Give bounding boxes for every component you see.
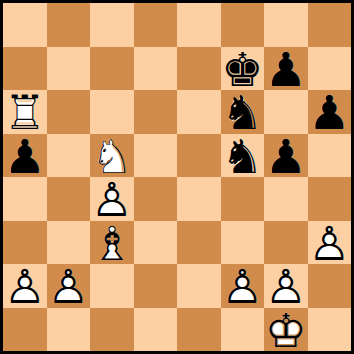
piece-white-rook: ♖: [3, 91, 47, 135]
square-d6[interactable]: [134, 90, 178, 134]
chess-board: ♔♚♙♟♜♖♘♞♙♟♙♟♞♘♘♞♙♟♟♙♝♗♟♙♟♙♟♙♟♙♟♙♚♔: [0, 0, 354, 354]
piece-white-pawn-fill: ♟: [308, 222, 352, 266]
piece-white-knight-fill: ♞: [90, 135, 134, 179]
square-d7[interactable]: [134, 47, 178, 91]
square-g6[interactable]: [264, 90, 308, 134]
square-h8[interactable]: [308, 3, 352, 47]
piece-white-bishop: ♗: [90, 222, 134, 266]
square-h2[interactable]: [308, 264, 352, 308]
square-b7[interactable]: [47, 47, 91, 91]
square-d3[interactable]: [134, 221, 178, 265]
square-f2[interactable]: ♟♙: [221, 264, 265, 308]
piece-black-pawn-fill: ♙: [264, 48, 308, 92]
piece-white-pawn: ♙: [3, 265, 47, 309]
piece-black-knight: ♞: [221, 135, 265, 179]
piece-black-pawn: ♟: [264, 135, 308, 179]
square-e2[interactable]: [177, 264, 221, 308]
square-g8[interactable]: [264, 3, 308, 47]
chess-board-grid: ♔♚♙♟♜♖♘♞♙♟♙♟♞♘♘♞♙♟♟♙♝♗♟♙♟♙♟♙♟♙♟♙♚♔: [3, 3, 351, 351]
square-h6[interactable]: ♙♟: [308, 90, 352, 134]
square-e3[interactable]: [177, 221, 221, 265]
square-b8[interactable]: [47, 3, 91, 47]
square-b4[interactable]: [47, 177, 91, 221]
piece-black-king: ♚: [221, 48, 265, 92]
piece-white-bishop-fill: ♝: [90, 222, 134, 266]
piece-black-pawn: ♟: [308, 91, 352, 135]
square-f1[interactable]: [221, 308, 265, 352]
square-a5[interactable]: ♙♟: [3, 134, 47, 178]
piece-white-pawn: ♙: [90, 178, 134, 222]
square-f3[interactable]: [221, 221, 265, 265]
square-c5[interactable]: ♞♘: [90, 134, 134, 178]
square-c6[interactable]: [90, 90, 134, 134]
square-h1[interactable]: [308, 308, 352, 352]
square-e6[interactable]: [177, 90, 221, 134]
square-a8[interactable]: [3, 3, 47, 47]
square-e8[interactable]: [177, 3, 221, 47]
piece-white-pawn-fill: ♟: [90, 178, 134, 222]
piece-black-pawn: ♟: [264, 48, 308, 92]
square-g1[interactable]: ♚♔: [264, 308, 308, 352]
piece-white-knight: ♘: [90, 135, 134, 179]
square-c8[interactable]: [90, 3, 134, 47]
piece-black-king-fill: ♔: [221, 48, 265, 92]
square-g2[interactable]: ♟♙: [264, 264, 308, 308]
square-b6[interactable]: [47, 90, 91, 134]
square-e5[interactable]: [177, 134, 221, 178]
square-h5[interactable]: [308, 134, 352, 178]
square-d5[interactable]: [134, 134, 178, 178]
square-d8[interactable]: [134, 3, 178, 47]
square-d2[interactable]: [134, 264, 178, 308]
piece-white-king: ♔: [264, 309, 308, 353]
square-g5[interactable]: ♙♟: [264, 134, 308, 178]
square-g3[interactable]: [264, 221, 308, 265]
piece-white-pawn-fill: ♟: [221, 265, 265, 309]
square-c2[interactable]: [90, 264, 134, 308]
square-f6[interactable]: ♘♞: [221, 90, 265, 134]
square-c7[interactable]: [90, 47, 134, 91]
square-h4[interactable]: [308, 177, 352, 221]
square-g4[interactable]: [264, 177, 308, 221]
square-b5[interactable]: [47, 134, 91, 178]
piece-white-pawn: ♙: [221, 265, 265, 309]
square-c3[interactable]: ♝♗: [90, 221, 134, 265]
square-a6[interactable]: ♜♖: [3, 90, 47, 134]
piece-black-knight: ♞: [221, 91, 265, 135]
piece-black-pawn: ♟: [3, 135, 47, 179]
piece-black-knight-fill: ♘: [221, 91, 265, 135]
square-c1[interactable]: [90, 308, 134, 352]
square-h7[interactable]: [308, 47, 352, 91]
square-a1[interactable]: [3, 308, 47, 352]
piece-black-pawn-fill: ♙: [308, 91, 352, 135]
square-a2[interactable]: ♟♙: [3, 264, 47, 308]
square-c4[interactable]: ♟♙: [90, 177, 134, 221]
square-e4[interactable]: [177, 177, 221, 221]
piece-white-pawn: ♙: [308, 222, 352, 266]
square-a4[interactable]: [3, 177, 47, 221]
piece-white-pawn-fill: ♟: [47, 265, 91, 309]
square-h3[interactable]: ♟♙: [308, 221, 352, 265]
piece-black-knight-fill: ♘: [221, 135, 265, 179]
square-d1[interactable]: [134, 308, 178, 352]
piece-white-pawn: ♙: [264, 265, 308, 309]
piece-black-pawn-fill: ♙: [264, 135, 308, 179]
square-f4[interactable]: [221, 177, 265, 221]
square-f7[interactable]: ♔♚: [221, 47, 265, 91]
square-b3[interactable]: [47, 221, 91, 265]
piece-white-rook-fill: ♜: [3, 91, 47, 135]
square-a3[interactable]: [3, 221, 47, 265]
piece-white-pawn-fill: ♟: [264, 265, 308, 309]
square-g7[interactable]: ♙♟: [264, 47, 308, 91]
piece-white-king-fill: ♚: [264, 309, 308, 353]
piece-white-pawn-fill: ♟: [3, 265, 47, 309]
square-a7[interactable]: [3, 47, 47, 91]
piece-black-pawn-fill: ♙: [3, 135, 47, 179]
piece-white-pawn: ♙: [47, 265, 91, 309]
square-d4[interactable]: [134, 177, 178, 221]
square-e1[interactable]: [177, 308, 221, 352]
square-b2[interactable]: ♟♙: [47, 264, 91, 308]
square-e7[interactable]: [177, 47, 221, 91]
square-f8[interactable]: [221, 3, 265, 47]
square-b1[interactable]: [47, 308, 91, 352]
square-f5[interactable]: ♘♞: [221, 134, 265, 178]
